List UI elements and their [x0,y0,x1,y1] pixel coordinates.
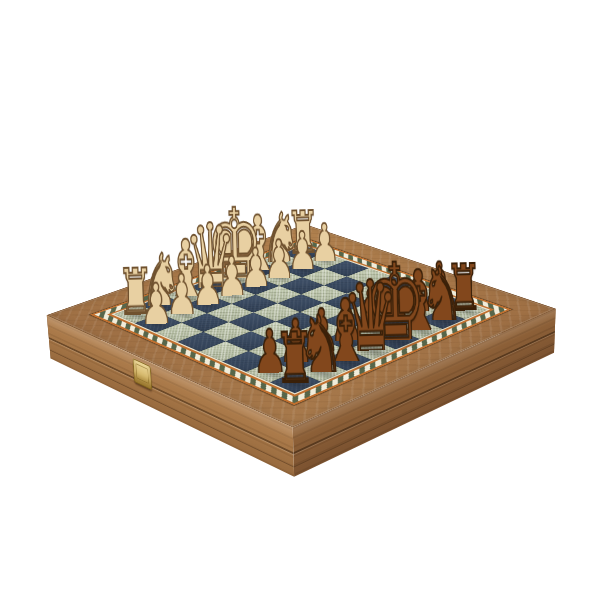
photo-scene: ♜♞♝♛♚♝♞♜♟♟♟♟♟♟♟♟♟♟♟♟♟♟♟♟♜♞♝♛♚♝♞♜ [0,0,600,600]
product-photo: ♜♞♝♛♚♝♞♜♟♟♟♟♟♟♟♟♟♟♟♟♟♟♟♟♜♞♝♛♚♝♞♜ [0,0,600,600]
black-rook-glyph: ♜ [253,323,337,398]
brass-latch [133,358,152,390]
white-pawn-glyph: ♟ [118,275,195,336]
